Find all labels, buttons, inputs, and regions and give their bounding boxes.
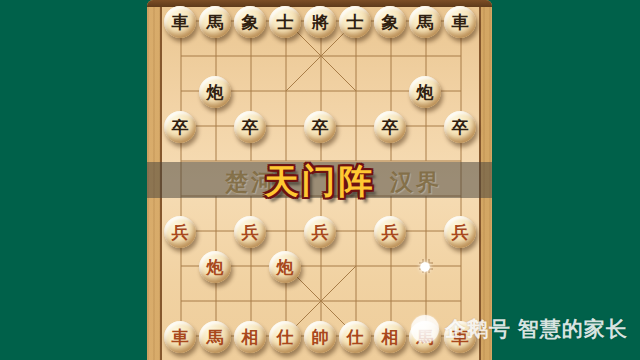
piece-glyph: 炮	[207, 259, 224, 276]
piece-glyph: 兵	[312, 224, 329, 241]
watermark-text: 企鹅号 智慧的家长	[445, 315, 628, 343]
piece-black-chariot[interactable]: 車	[164, 6, 196, 38]
piece-glyph: 象	[382, 14, 399, 31]
piece-glyph: 車	[452, 14, 469, 31]
piece-red-soldier[interactable]: 兵	[234, 216, 266, 248]
piece-glyph: 馬	[207, 14, 224, 31]
piece-glyph: 車	[172, 329, 189, 346]
piece-red-elephant[interactable]: 相	[234, 321, 266, 353]
piece-black-general[interactable]: 將	[304, 6, 336, 38]
piece-black-soldier[interactable]: 卒	[164, 111, 196, 143]
piece-red-cannon[interactable]: 炮	[269, 251, 301, 283]
piece-glyph: 卒	[242, 119, 259, 136]
game-screen: 車馬象士將士象馬車炮炮卒卒卒卒卒兵兵兵兵兵炮炮車馬相仕帥仕相馬車 楚河 汉界 天…	[0, 0, 640, 360]
piece-red-elephant[interactable]: 相	[374, 321, 406, 353]
piece-glyph: 帥	[312, 329, 329, 346]
piece-black-cannon[interactable]: 炮	[199, 76, 231, 108]
piece-red-advisor[interactable]: 仕	[339, 321, 371, 353]
piece-red-advisor[interactable]: 仕	[269, 321, 301, 353]
piece-black-soldier[interactable]: 卒	[374, 111, 406, 143]
piece-black-soldier[interactable]: 卒	[444, 111, 476, 143]
last-move-origin-dot	[420, 262, 430, 272]
piece-red-soldier[interactable]: 兵	[444, 216, 476, 248]
piece-red-horse[interactable]: 馬	[199, 321, 231, 353]
piece-glyph: 卒	[452, 119, 469, 136]
piece-glyph: 士	[277, 14, 294, 31]
piece-glyph: 將	[312, 14, 329, 31]
piece-red-cannon[interactable]: 炮	[199, 251, 231, 283]
piece-glyph: 卒	[172, 119, 189, 136]
piece-glyph: 兵	[242, 224, 259, 241]
river-label-hanjie: 汉界	[390, 167, 442, 198]
watermark: 企鹅号 智慧的家长	[411, 315, 628, 343]
piece-black-soldier[interactable]: 卒	[234, 111, 266, 143]
piece-glyph: 兵	[382, 224, 399, 241]
piece-black-horse[interactable]: 馬	[409, 6, 441, 38]
piece-glyph: 相	[382, 329, 399, 346]
penguin-logo-icon	[411, 315, 439, 343]
piece-black-cannon[interactable]: 炮	[409, 76, 441, 108]
piece-black-elephant[interactable]: 象	[234, 6, 266, 38]
piece-glyph: 炮	[277, 259, 294, 276]
piece-red-chariot[interactable]: 車	[164, 321, 196, 353]
piece-glyph: 卒	[382, 119, 399, 136]
piece-red-general[interactable]: 帥	[304, 321, 336, 353]
piece-red-soldier[interactable]: 兵	[164, 216, 196, 248]
piece-glyph: 仕	[347, 329, 364, 346]
piece-glyph: 卒	[312, 119, 329, 136]
piece-red-soldier[interactable]: 兵	[304, 216, 336, 248]
piece-black-advisor[interactable]: 士	[339, 6, 371, 38]
piece-glyph: 馬	[417, 14, 434, 31]
piece-glyph: 炮	[207, 84, 224, 101]
piece-glyph: 兵	[172, 224, 189, 241]
piece-glyph: 兵	[452, 224, 469, 241]
piece-glyph: 炮	[417, 84, 434, 101]
piece-glyph: 仕	[277, 329, 294, 346]
piece-glyph: 士	[347, 14, 364, 31]
piece-black-soldier[interactable]: 卒	[304, 111, 336, 143]
piece-black-chariot[interactable]: 車	[444, 6, 476, 38]
piece-black-horse[interactable]: 馬	[199, 6, 231, 38]
formation-title: 天门阵	[265, 159, 376, 205]
piece-black-advisor[interactable]: 士	[269, 6, 301, 38]
piece-glyph: 象	[242, 14, 259, 31]
piece-glyph: 車	[172, 14, 189, 31]
piece-red-soldier[interactable]: 兵	[374, 216, 406, 248]
piece-black-elephant[interactable]: 象	[374, 6, 406, 38]
piece-glyph: 馬	[207, 329, 224, 346]
piece-glyph: 相	[242, 329, 259, 346]
